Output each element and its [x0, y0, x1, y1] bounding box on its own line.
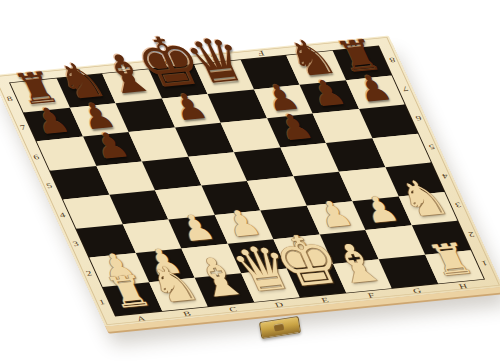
rank-number: 6	[414, 114, 423, 122]
rank-number: 6	[32, 153, 41, 161]
rank-number: 1	[98, 298, 107, 306]
file-letter: E	[320, 296, 330, 304]
file-letter: D	[273, 300, 284, 308]
file-letter: A	[26, 72, 37, 80]
rank-number: 4	[58, 211, 67, 219]
rank-number: 8	[388, 56, 397, 64]
file-letter: G	[302, 44, 313, 52]
rank-number: 7	[18, 123, 27, 131]
rank-number: 3	[71, 240, 80, 248]
brass-clasp-icon	[259, 316, 301, 339]
rank-number: 2	[467, 231, 476, 239]
rank-number: 4	[441, 172, 450, 180]
file-letter: C	[118, 63, 128, 71]
file-letter: B	[72, 68, 82, 76]
rank-number: 7	[401, 85, 410, 93]
file-letter: A	[135, 314, 146, 322]
rank-number: 5	[427, 143, 436, 151]
chess-set-photo: ABCDEFGH8♜♞♝♚♛♞♜87♟♟♟♟♟♟76♟♟655443♟♟♟♟♞3…	[0, 0, 500, 363]
rank-number: 5	[45, 182, 54, 190]
chess-board: ABCDEFGH8♜♞♝♚♛♞♜87♟♟♟♟♟♟76♟♟655443♟♟♟♟♞3…	[0, 36, 500, 327]
rank-number: 3	[454, 202, 463, 210]
rank-number: 2	[84, 269, 93, 277]
file-letter: F	[257, 49, 266, 57]
file-letter: H	[348, 40, 359, 48]
file-letter: F	[366, 291, 375, 299]
file-letter: G	[411, 286, 422, 294]
rank-number: 1	[480, 260, 489, 268]
file-letter: H	[457, 282, 468, 290]
file-letter: C	[228, 305, 238, 313]
file-letter: B	[182, 309, 192, 317]
rank-number: 8	[5, 94, 14, 102]
file-letter: E	[210, 54, 220, 62]
file-letter: D	[164, 58, 175, 66]
